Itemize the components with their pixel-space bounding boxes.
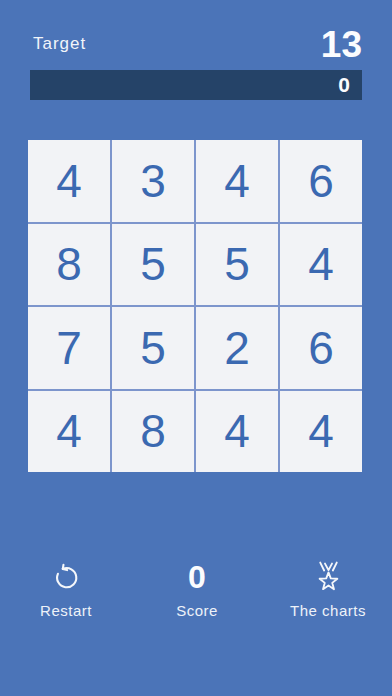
restart-label: Restart	[40, 602, 92, 619]
cell-number: 3	[140, 158, 166, 204]
progress-bar: 0	[30, 70, 362, 100]
cell-number: 4	[56, 408, 82, 454]
cell-number: 4	[308, 241, 334, 287]
cell-number: 6	[308, 158, 334, 204]
cell-number: 4	[224, 408, 250, 454]
grid-cell[interactable]: 5	[112, 307, 194, 389]
progress-value: 0	[338, 73, 350, 97]
cell-number: 5	[140, 241, 166, 287]
cell-number: 2	[224, 325, 250, 371]
restart-button[interactable]: Restart	[28, 558, 104, 619]
number-grid: 4346855475264844	[28, 140, 362, 472]
footer: Restart 0 Score The charts	[0, 558, 392, 619]
cell-number: 8	[56, 241, 82, 287]
grid-cell[interactable]: 4	[280, 224, 362, 306]
grid-cell[interactable]: 6	[280, 140, 362, 222]
grid-cell[interactable]: 5	[196, 224, 278, 306]
grid-cell[interactable]: 7	[28, 307, 110, 389]
grid-cell[interactable]: 4	[196, 140, 278, 222]
restart-ccw-arrow-icon	[51, 558, 81, 596]
cell-number: 4	[56, 158, 82, 204]
header: Target 13	[33, 24, 362, 64]
target-value: 13	[321, 26, 362, 63]
grid-cell[interactable]: 4	[28, 140, 110, 222]
game-screen: Target 13 0 4346855475264844 Restart 0 S…	[0, 24, 392, 696]
charts-label: The charts	[290, 602, 366, 619]
target-label: Target	[33, 34, 86, 54]
cell-number: 4	[224, 158, 250, 204]
cell-number: 8	[140, 408, 166, 454]
grid-cell[interactable]: 2	[196, 307, 278, 389]
grid-cell[interactable]: 6	[280, 307, 362, 389]
grid-cell[interactable]: 4	[28, 391, 110, 473]
crown-star-icon	[313, 558, 344, 596]
grid-cell[interactable]: 8	[112, 391, 194, 473]
grid-cell[interactable]: 8	[28, 224, 110, 306]
grid-cell[interactable]: 5	[112, 224, 194, 306]
cell-number: 7	[56, 325, 82, 371]
cell-number: 4	[308, 408, 334, 454]
charts-button[interactable]: The charts	[290, 558, 366, 619]
score-display: 0 Score	[159, 558, 235, 619]
cell-number: 5	[224, 241, 250, 287]
score-label: Score	[176, 602, 218, 619]
grid-cell[interactable]: 3	[112, 140, 194, 222]
grid-cell[interactable]: 4	[196, 391, 278, 473]
score-value: 0	[188, 558, 206, 596]
cell-number: 6	[308, 325, 334, 371]
cell-number: 5	[140, 325, 166, 371]
grid-cell[interactable]: 4	[280, 391, 362, 473]
